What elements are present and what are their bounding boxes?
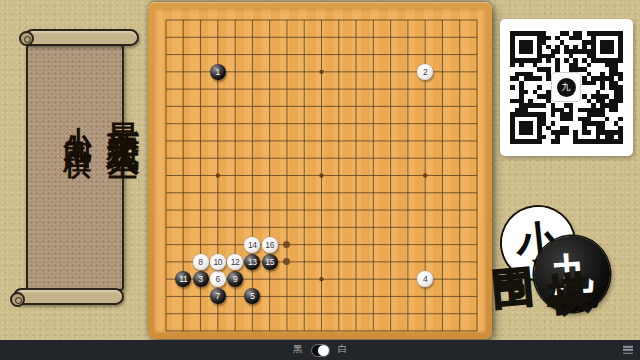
scroll-body: 最新定式大全 小九围棋 [26,44,124,291]
banner-subtitle: 小九围棋 [58,104,96,136]
white-label: 白 [338,345,348,355]
black-label: 黑 [293,345,303,355]
move-number: 1 [216,67,220,77]
qr-logo-stone-icon: 九 [557,78,576,97]
move-number: 9 [233,274,237,284]
logo-char-wei: 围 [490,258,537,317]
scroll-curl-icon [10,292,25,307]
stone-white-8: 8 [193,254,209,270]
move-number: 11 [179,274,187,284]
scroll-curl-icon [19,31,34,46]
ink-dot [578,307,583,312]
move-number: 10 [213,257,222,267]
app-window: 最新定式大全 小九围棋 12345678910111213141516 九 小 … [0,0,640,360]
toggle-knob [318,345,329,356]
move-number: 16 [265,240,274,250]
logo-char-qi: 棋 [545,264,594,325]
move-number: 6 [216,274,220,284]
go-board[interactable]: 12345678910111213141516 [148,2,492,339]
move-number: 2 [423,67,427,77]
move-number: 14 [248,240,257,250]
move-number: 7 [216,291,220,301]
stone-black-3: 3 [193,271,209,287]
banner-title: 最新定式大全 [100,96,145,126]
board-grid[interactable]: 12345678910111213141516 [166,20,477,331]
stone-white-14: 14 [244,237,260,253]
move-number: 13 [248,257,257,267]
move-number: 15 [265,257,274,267]
move-number: 3 [198,274,202,284]
stone-black-1: 1 [210,64,226,80]
qr-center-logo: 九 [551,72,581,102]
menu-button[interactable] [621,344,635,356]
stone-white-6: 6 [210,271,226,287]
qr-code: 九 [500,19,633,156]
scroll-banner: 最新定式大全 小九围棋 [0,0,148,340]
scroll-bottom-roll [13,288,124,305]
bottom-toolbar: 黑 白 [0,340,640,360]
stone-white-2: 2 [417,64,433,80]
brand-logo: 小 九 围 棋 [496,204,616,316]
stone-white-10: 10 [210,254,226,270]
stone-white-12: 12 [227,254,243,270]
stone-color-toggle[interactable] [311,344,330,357]
scroll-top-roll [24,29,139,46]
stone-black-15: 15 [262,254,278,270]
ink-dot [590,300,598,308]
stone-white-16: 16 [262,237,278,253]
move-number: 8 [198,257,202,267]
move-number: 12 [231,257,240,267]
move-number: 4 [423,274,427,284]
move-number: 5 [250,291,254,301]
